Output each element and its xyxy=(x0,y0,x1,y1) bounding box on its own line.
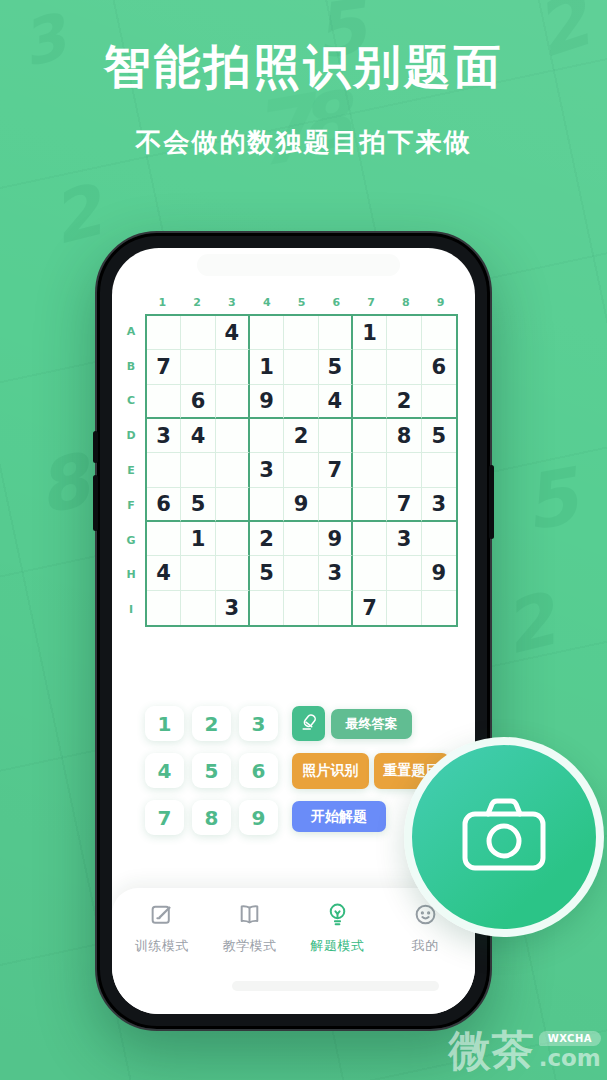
sudoku-cell-H2[interactable] xyxy=(181,556,215,590)
sudoku-cell-I3[interactable]: 3 xyxy=(216,591,250,625)
sudoku-cell-B6[interactable]: 5 xyxy=(319,350,353,384)
sudoku-cell-B5[interactable] xyxy=(284,350,318,384)
keypad-key-9[interactable]: 9 xyxy=(239,800,278,835)
sudoku-cell-E4[interactable]: 3 xyxy=(250,453,284,487)
sudoku-cell-A7[interactable]: 1 xyxy=(353,316,387,350)
bulb-icon xyxy=(325,902,350,931)
hero: 智能拍照识别题面 不会做的数独题目拍下来做 xyxy=(0,36,607,160)
sudoku-cell-F6[interactable] xyxy=(319,488,353,522)
sudoku-cell-B9[interactable]: 6 xyxy=(422,350,456,384)
sudoku-cell-G4[interactable]: 2 xyxy=(250,522,284,556)
sudoku-cell-A8[interactable] xyxy=(387,316,421,350)
sudoku-cell-D9[interactable]: 5 xyxy=(422,419,456,453)
home-indicator xyxy=(232,981,439,991)
tab-解题模式[interactable]: 解题模式 xyxy=(300,902,374,1014)
edit-icon xyxy=(149,902,174,931)
start-solve-button[interactable]: 开始解题 xyxy=(292,801,386,832)
sudoku-cell-A6[interactable] xyxy=(319,316,353,350)
sudoku-cell-D1[interactable]: 3 xyxy=(147,419,181,453)
column-label: 6 xyxy=(319,294,354,310)
sudoku-cell-B7[interactable] xyxy=(353,350,387,384)
site-watermark: 微茶 WXCHA .com xyxy=(449,1031,601,1070)
phone-power-button xyxy=(489,465,494,539)
phone-volume-button xyxy=(93,431,98,463)
sudoku-cell-C4[interactable]: 9 xyxy=(250,385,284,419)
keypad-key-3[interactable]: 3 xyxy=(239,706,278,741)
row-label: E xyxy=(120,453,142,488)
phone-mockup: 123456789 ABCDEFGHI 41715669423428537659… xyxy=(95,231,492,1031)
column-label: 5 xyxy=(284,294,319,310)
sudoku-cell-I1[interactable] xyxy=(147,591,181,625)
sudoku-cell-C2[interactable]: 6 xyxy=(181,385,215,419)
sudoku-cell-E7[interactable] xyxy=(353,453,387,487)
sudoku-cell-C7[interactable] xyxy=(353,385,387,419)
row-label: D xyxy=(120,418,142,453)
sudoku-cell-C6[interactable]: 4 xyxy=(319,385,353,419)
sudoku-cell-I9[interactable] xyxy=(422,591,456,625)
keypad-key-2[interactable]: 2 xyxy=(192,706,231,741)
row-label: F xyxy=(120,488,142,523)
sudoku-cell-H9[interactable]: 9 xyxy=(422,556,456,590)
sudoku-cell-G9[interactable] xyxy=(422,522,456,556)
row-label: B xyxy=(120,349,142,384)
phone-screen: 123456789 ABCDEFGHI 41715669423428537659… xyxy=(112,248,475,1014)
sudoku-cell-F2[interactable]: 5 xyxy=(181,488,215,522)
row-label: I xyxy=(120,592,142,627)
sudoku-cell-I6[interactable] xyxy=(319,591,353,625)
sudoku-cell-F1[interactable]: 6 xyxy=(147,488,181,522)
sudoku-cell-E3[interactable] xyxy=(216,453,250,487)
page-title: 智能拍照识别题面 xyxy=(0,36,607,99)
watermark-badge: WXCHA xyxy=(539,1031,601,1046)
background-digit: 2 xyxy=(44,175,108,255)
sudoku-cell-I2[interactable] xyxy=(181,591,215,625)
eraser-button[interactable] xyxy=(292,706,325,741)
sudoku-board[interactable]: 41715669423428537659731293453937 xyxy=(145,314,458,627)
final-answer-button[interactable]: 最终答案 xyxy=(331,709,412,739)
sudoku-cell-G1[interactable] xyxy=(147,522,181,556)
status-bar-area xyxy=(197,254,400,276)
sudoku-cell-E8[interactable] xyxy=(387,453,421,487)
sudoku-cell-C8[interactable]: 2 xyxy=(387,385,421,419)
sudoku-cell-I8[interactable] xyxy=(387,591,421,625)
sudoku-cell-D3[interactable] xyxy=(216,419,250,453)
sudoku-cell-D6[interactable] xyxy=(319,419,353,453)
background-digit: 8 xyxy=(31,444,95,525)
sudoku-column-labels: 123456789 xyxy=(145,294,458,310)
sudoku-cell-B4[interactable]: 1 xyxy=(250,350,284,384)
sudoku-cell-I7[interactable]: 7 xyxy=(353,591,387,625)
sudoku-cell-H6[interactable]: 3 xyxy=(319,556,353,590)
sudoku-row-labels: ABCDEFGHI xyxy=(120,314,142,627)
keypad-key-6[interactable]: 6 xyxy=(239,753,278,788)
background-digit: 2 xyxy=(496,583,562,665)
sudoku-cell-E2[interactable] xyxy=(181,453,215,487)
sudoku-cell-H5[interactable] xyxy=(284,556,318,590)
sudoku-cell-I5[interactable] xyxy=(284,591,318,625)
keypad-key-8[interactable]: 8 xyxy=(192,800,231,835)
eraser-icon xyxy=(299,712,319,735)
sudoku-cell-A1[interactable] xyxy=(147,316,181,350)
tab-label: 教学模式 xyxy=(223,937,277,955)
column-label: 4 xyxy=(249,294,284,310)
row-label: A xyxy=(120,314,142,349)
column-label: 1 xyxy=(145,294,180,310)
book-icon xyxy=(237,902,262,931)
sudoku-cell-E6[interactable]: 7 xyxy=(319,453,353,487)
sudoku-cell-F9[interactable]: 3 xyxy=(422,488,456,522)
sudoku-cell-G2[interactable]: 1 xyxy=(181,522,215,556)
bottom-tab-bar: 训练模式教学模式解题模式我的 xyxy=(112,888,475,1014)
keypad-key-1[interactable]: 1 xyxy=(145,706,184,741)
column-label: 2 xyxy=(180,294,215,310)
sudoku-cell-C1[interactable] xyxy=(147,385,181,419)
sudoku-cell-E9[interactable] xyxy=(422,453,456,487)
sudoku-cell-C9[interactable] xyxy=(422,385,456,419)
camera-icon xyxy=(461,798,547,876)
sudoku-cell-B1[interactable]: 7 xyxy=(147,350,181,384)
keypad-key-7[interactable]: 7 xyxy=(145,800,184,835)
tab-label: 训练模式 xyxy=(135,937,189,955)
sudoku-cell-H1[interactable]: 4 xyxy=(147,556,181,590)
sudoku-cell-D4[interactable] xyxy=(250,419,284,453)
sudoku-cell-D5[interactable]: 2 xyxy=(284,419,318,453)
watermark-name: 微茶 xyxy=(449,1032,535,1070)
row-label: G xyxy=(120,523,142,558)
tab-label: 我的 xyxy=(412,937,439,955)
sudoku-cell-G5[interactable] xyxy=(284,522,318,556)
sudoku-cell-G7[interactable] xyxy=(353,522,387,556)
sudoku-cell-D8[interactable]: 8 xyxy=(387,419,421,453)
sudoku-cell-F7[interactable] xyxy=(353,488,387,522)
phone-volume-button xyxy=(93,475,98,531)
keypad-key-5[interactable]: 5 xyxy=(192,753,231,788)
sudoku-cell-C3[interactable] xyxy=(216,385,250,419)
sudoku-cell-H8[interactable] xyxy=(387,556,421,590)
sudoku-cell-A4[interactable] xyxy=(250,316,284,350)
tab-label: 解题模式 xyxy=(310,937,364,955)
sudoku-cell-I4[interactable] xyxy=(250,591,284,625)
sudoku-cell-H7[interactable] xyxy=(353,556,387,590)
photo-recognize-button[interactable]: 照片识别 xyxy=(292,753,369,789)
keypad-key-4[interactable]: 4 xyxy=(145,753,184,788)
sudoku-cell-F8[interactable]: 7 xyxy=(387,488,421,522)
column-label: 3 xyxy=(215,294,250,310)
sudoku-cell-F3[interactable] xyxy=(216,488,250,522)
page-subtitle: 不会做的数独题目拍下来做 xyxy=(0,125,607,160)
sudoku-cell-E1[interactable] xyxy=(147,453,181,487)
column-label: 9 xyxy=(423,294,458,310)
sudoku-cell-B2[interactable] xyxy=(181,350,215,384)
sudoku-cell-C5[interactable] xyxy=(284,385,318,419)
number-keypad: 123456789 xyxy=(145,706,278,835)
sudoku-cell-E5[interactable] xyxy=(284,453,318,487)
column-label: 8 xyxy=(388,294,423,310)
watermark-domain: .com xyxy=(539,1046,601,1070)
sudoku-cell-A2[interactable] xyxy=(181,316,215,350)
sudoku-cell-A9[interactable] xyxy=(422,316,456,350)
sudoku-cell-G8[interactable]: 3 xyxy=(387,522,421,556)
tab-教学模式[interactable]: 教学模式 xyxy=(213,902,287,1014)
sudoku-cell-G3[interactable] xyxy=(216,522,250,556)
sudoku-cell-F5[interactable]: 9 xyxy=(284,488,318,522)
camera-capture-button[interactable] xyxy=(404,737,604,937)
sudoku-cell-D7[interactable] xyxy=(353,419,387,453)
sudoku-cell-A5[interactable] xyxy=(284,316,318,350)
sudoku-cell-F4[interactable] xyxy=(250,488,284,522)
row-label: H xyxy=(120,557,142,592)
sudoku-cell-G6[interactable]: 9 xyxy=(319,522,353,556)
sudoku-cell-A3[interactable]: 4 xyxy=(216,316,250,350)
sudoku-cell-B8[interactable] xyxy=(387,350,421,384)
tab-训练模式[interactable]: 训练模式 xyxy=(125,902,199,1014)
sudoku-cell-D2[interactable]: 4 xyxy=(181,419,215,453)
sudoku-cell-H4[interactable]: 5 xyxy=(250,556,284,590)
sudoku-cell-H3[interactable] xyxy=(216,556,250,590)
column-label: 7 xyxy=(354,294,389,310)
sudoku-cell-B3[interactable] xyxy=(216,350,250,384)
row-label: C xyxy=(120,384,142,419)
background-digit: 5 xyxy=(518,458,583,542)
